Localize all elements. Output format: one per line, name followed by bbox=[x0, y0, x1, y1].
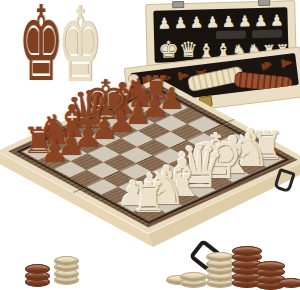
hinge-icon bbox=[172, 1, 184, 8]
lid-pawn-row: ♟♟♟♟♟♟♟♟ bbox=[157, 8, 283, 31]
hinge-icon bbox=[258, 0, 270, 6]
stored-white-p: ♟ bbox=[254, 14, 268, 29]
black-p-piece-a7[interactable]: ♟ bbox=[40, 136, 68, 167]
stored-white-p: ♟ bbox=[238, 14, 252, 29]
checker-light bbox=[54, 256, 79, 266]
stored-white-p: ♟ bbox=[222, 15, 236, 30]
stored-dark-n: ♞ bbox=[259, 58, 274, 72]
checker-stack-light[interactable] bbox=[206, 252, 234, 288]
stored-white-k: ♚ bbox=[158, 38, 179, 62]
stored-white-p: ♟ bbox=[174, 16, 188, 31]
stored-white-p: ♟ bbox=[270, 13, 284, 28]
elastic-strap bbox=[252, 29, 282, 38]
checker-dark bbox=[256, 261, 285, 271]
stored-white-p: ♟ bbox=[157, 16, 171, 31]
checker-dark bbox=[232, 246, 262, 256]
checker-light bbox=[206, 252, 234, 262]
checker-dark bbox=[278, 278, 300, 288]
checker-stack-dark[interactable] bbox=[25, 264, 50, 287]
checker-stack-light[interactable] bbox=[54, 256, 79, 286]
stored-white-p: ♟ bbox=[190, 15, 204, 30]
checker-dark bbox=[25, 264, 50, 274]
product-photo-scene: ♚ ♚ ♟♟♟♟♟♟♟♟ ♚♛♝♝♞♞♜♜ ♟♝♟♜♞♟ bbox=[0, 0, 300, 290]
stored-white-p: ♟ bbox=[206, 15, 220, 30]
elastic-strap bbox=[216, 30, 246, 39]
stored-white-q: ♛ bbox=[179, 40, 198, 61]
stored-dark-p: ♟ bbox=[279, 56, 294, 70]
checker-stack-light[interactable] bbox=[180, 272, 207, 289]
white-r-piece-a1[interactable]: ♜ bbox=[131, 178, 168, 219]
checker-stack-dark[interactable] bbox=[278, 278, 300, 288]
checker-light bbox=[180, 272, 207, 282]
checkers-roll-dark bbox=[234, 71, 293, 93]
